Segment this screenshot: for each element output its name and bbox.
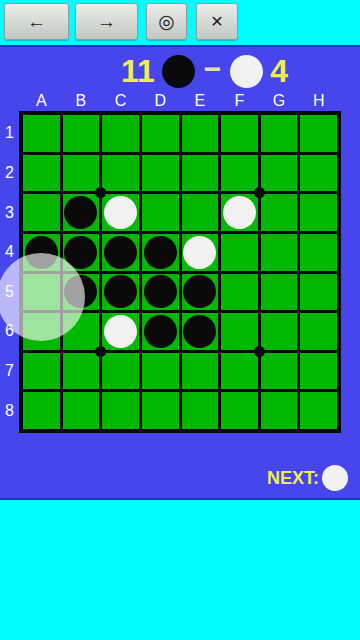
black-disc [104, 275, 137, 308]
next-turn-indicator: NEXT: [267, 465, 348, 491]
cell-D5[interactable] [142, 274, 179, 311]
close-icon: ✕ [210, 12, 223, 31]
cell-E1[interactable] [182, 115, 219, 152]
score-row: 11 − 4 [121, 53, 288, 89]
cell-C6[interactable] [102, 313, 139, 350]
black-disc [144, 315, 177, 348]
cell-C4[interactable] [102, 234, 139, 271]
cell-B8[interactable] [63, 392, 100, 429]
black-disc [64, 196, 97, 229]
cell-B3[interactable] [63, 194, 100, 231]
next-label: NEXT: [267, 468, 319, 489]
cell-H2[interactable] [300, 155, 337, 192]
cell-D2[interactable] [142, 155, 179, 192]
double-circle-icon: ◎ [158, 10, 175, 33]
cell-G3[interactable] [261, 194, 298, 231]
cell-G6[interactable] [261, 313, 298, 350]
cell-H4[interactable] [300, 234, 337, 271]
cell-D3[interactable] [142, 194, 179, 231]
cell-A7[interactable] [23, 353, 60, 390]
black-disc [104, 236, 137, 269]
white-disc [223, 196, 256, 229]
cell-C3[interactable] [102, 194, 139, 231]
close-button[interactable]: ✕ [196, 3, 238, 40]
cell-E6[interactable] [182, 313, 219, 350]
cell-G1[interactable] [261, 115, 298, 152]
cell-E8[interactable] [182, 392, 219, 429]
row-label-1: 1 [0, 115, 19, 152]
next-piece-disc [322, 465, 348, 491]
star-point [254, 187, 265, 198]
white-disc [104, 196, 137, 229]
col-label-E: E [182, 92, 219, 110]
black-score-disc [162, 55, 195, 88]
app-screen: ← → ◎ ✕ 11 − 4 ABCDEFGH 12345678 NEXT: [0, 0, 360, 640]
cell-G4[interactable] [261, 234, 298, 271]
cell-G5[interactable] [261, 274, 298, 311]
cell-A3[interactable] [23, 194, 60, 231]
left-arrow-icon: ← [27, 11, 46, 33]
row-label-7: 7 [0, 353, 19, 390]
cell-B2[interactable] [63, 155, 100, 192]
cell-E2[interactable] [182, 155, 219, 192]
cell-F5[interactable] [221, 274, 258, 311]
cell-H7[interactable] [300, 353, 337, 390]
cell-F8[interactable] [221, 392, 258, 429]
touch-highlight-circle [0, 253, 85, 341]
toolbar: ← → ◎ ✕ [0, 0, 360, 45]
cell-F1[interactable] [221, 115, 258, 152]
game-panel: 11 − 4 ABCDEFGH 12345678 NEXT: [0, 45, 360, 500]
cell-D1[interactable] [142, 115, 179, 152]
cell-C5[interactable] [102, 274, 139, 311]
black-disc [183, 315, 216, 348]
cell-H3[interactable] [300, 194, 337, 231]
cell-F6[interactable] [221, 313, 258, 350]
score-separator: − [204, 54, 222, 84]
circle-button[interactable]: ◎ [146, 3, 187, 40]
cell-E7[interactable] [182, 353, 219, 390]
col-label-D: D [142, 92, 179, 110]
cell-F3[interactable] [221, 194, 258, 231]
cell-F4[interactable] [221, 234, 258, 271]
white-disc [104, 315, 137, 348]
cell-B7[interactable] [63, 353, 100, 390]
col-label-B: B [63, 92, 100, 110]
cell-D7[interactable] [142, 353, 179, 390]
col-label-C: C [102, 92, 139, 110]
cell-C1[interactable] [102, 115, 139, 152]
cell-C8[interactable] [102, 392, 139, 429]
cell-H5[interactable] [300, 274, 337, 311]
cell-E4[interactable] [182, 234, 219, 271]
col-label-A: A [23, 92, 60, 110]
cell-G2[interactable] [261, 155, 298, 192]
panel-bottom-edge [0, 498, 360, 500]
cell-A2[interactable] [23, 155, 60, 192]
star-point [95, 346, 106, 357]
cell-G7[interactable] [261, 353, 298, 390]
forward-button[interactable]: → [75, 3, 138, 40]
cell-D6[interactable] [142, 313, 179, 350]
cell-A8[interactable] [23, 392, 60, 429]
row-label-3: 3 [0, 194, 19, 231]
cell-D4[interactable] [142, 234, 179, 271]
panel-top-edge [0, 45, 360, 47]
cell-C7[interactable] [102, 353, 139, 390]
cell-B1[interactable] [63, 115, 100, 152]
cell-H1[interactable] [300, 115, 337, 152]
cell-C2[interactable] [102, 155, 139, 192]
col-label-F: F [221, 92, 258, 110]
black-disc [183, 275, 216, 308]
othello-board [19, 111, 341, 433]
cell-E5[interactable] [182, 274, 219, 311]
col-label-G: G [261, 92, 298, 110]
cell-H6[interactable] [300, 313, 337, 350]
star-point [254, 346, 265, 357]
column-labels: ABCDEFGH [19, 92, 341, 110]
cell-G8[interactable] [261, 392, 298, 429]
white-score: 4 [270, 55, 288, 87]
right-arrow-icon: → [97, 11, 116, 33]
cell-H8[interactable] [300, 392, 337, 429]
col-label-H: H [300, 92, 337, 110]
cell-E3[interactable] [182, 194, 219, 231]
black-score: 11 [121, 55, 155, 87]
row-label-2: 2 [0, 155, 19, 192]
cell-D8[interactable] [142, 392, 179, 429]
black-disc [144, 275, 177, 308]
cell-A1[interactable] [23, 115, 60, 152]
white-disc [183, 236, 216, 269]
row-label-8: 8 [0, 392, 19, 429]
white-score-disc [230, 55, 263, 88]
cell-F2[interactable] [221, 155, 258, 192]
back-button[interactable]: ← [4, 3, 69, 40]
black-disc [144, 236, 177, 269]
cell-F7[interactable] [221, 353, 258, 390]
